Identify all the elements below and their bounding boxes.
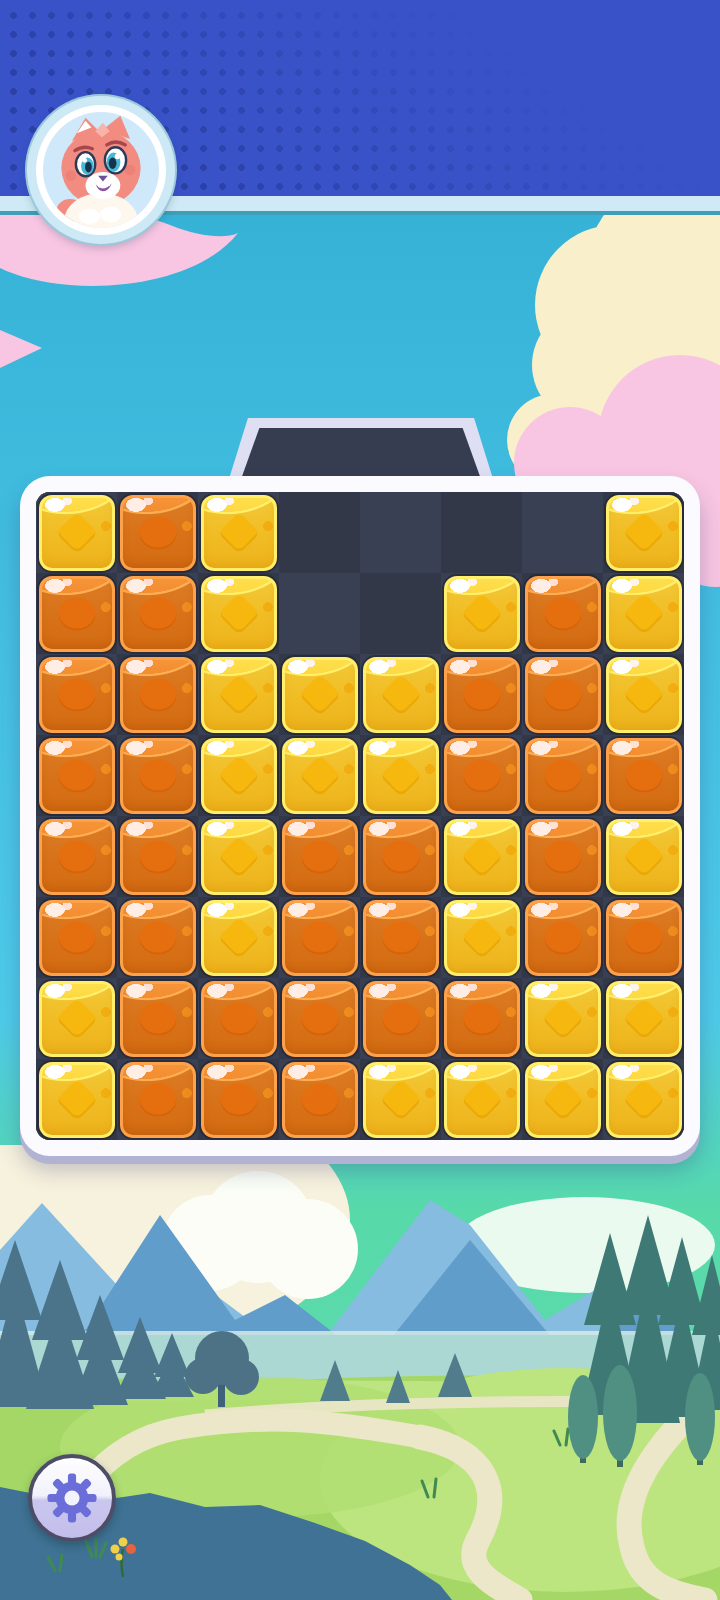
board-background xyxy=(36,492,684,1140)
cell-r8c8[interactable] xyxy=(603,1059,684,1140)
circle-icon xyxy=(382,840,419,873)
yellow-block[interactable] xyxy=(39,1062,115,1138)
orange-block[interactable] xyxy=(201,981,277,1057)
diamond-icon xyxy=(622,592,664,634)
cell-r7c5[interactable] xyxy=(360,978,441,1059)
yellow-block[interactable] xyxy=(606,819,682,895)
orange-block[interactable] xyxy=(120,819,196,895)
cell-r6c5[interactable] xyxy=(360,897,441,978)
circle-icon xyxy=(139,921,176,954)
puzzle-board xyxy=(20,476,700,1156)
circle-icon xyxy=(544,678,581,711)
circle-icon xyxy=(220,1083,257,1116)
cell-r1c4[interactable] xyxy=(279,492,360,573)
cell-r7c1[interactable] xyxy=(36,978,117,1059)
gear-icon xyxy=(44,1470,100,1526)
cell-r8c3[interactable] xyxy=(198,1059,279,1140)
yellow-block[interactable] xyxy=(444,819,520,895)
diamond-icon xyxy=(460,1078,502,1120)
yellow-block[interactable] xyxy=(201,738,277,814)
circle-icon xyxy=(625,759,662,792)
circle-icon xyxy=(301,921,338,954)
cell-r5c1[interactable] xyxy=(36,816,117,897)
cell-r5c5[interactable] xyxy=(360,816,441,897)
diamond-icon xyxy=(460,592,502,634)
orange-block[interactable] xyxy=(363,819,439,895)
yellow-block[interactable] xyxy=(39,981,115,1057)
cell-r4c1[interactable] xyxy=(36,735,117,816)
diamond-icon xyxy=(622,997,664,1039)
board-tab xyxy=(228,418,494,482)
circle-icon xyxy=(463,1002,500,1035)
orange-block[interactable] xyxy=(39,738,115,814)
orange-block[interactable] xyxy=(120,738,196,814)
diamond-icon xyxy=(217,754,259,796)
yellow-block[interactable] xyxy=(444,900,520,976)
cell-r3c8[interactable] xyxy=(603,654,684,735)
cell-r5c2[interactable] xyxy=(117,816,198,897)
cell-r3c5[interactable] xyxy=(360,654,441,735)
orange-block[interactable] xyxy=(525,900,601,976)
yellow-block[interactable] xyxy=(606,1062,682,1138)
circle-icon xyxy=(139,1083,176,1116)
cell-r5c3[interactable] xyxy=(198,816,279,897)
orange-block[interactable] xyxy=(120,495,196,571)
cell-r8c7[interactable] xyxy=(522,1059,603,1140)
orange-block[interactable] xyxy=(39,576,115,652)
orange-block[interactable] xyxy=(606,900,682,976)
circle-icon xyxy=(58,921,95,954)
cell-r3c2[interactable] xyxy=(117,654,198,735)
yellow-block[interactable] xyxy=(201,657,277,733)
orange-block[interactable] xyxy=(201,1062,277,1138)
diamond-icon xyxy=(217,592,259,634)
cell-r2c8[interactable] xyxy=(603,573,684,654)
yellow-block[interactable] xyxy=(444,1062,520,1138)
game-screen xyxy=(0,0,720,1600)
circle-icon xyxy=(139,678,176,711)
circle-icon xyxy=(382,1002,419,1035)
cell-r3c7[interactable] xyxy=(522,654,603,735)
yellow-block[interactable] xyxy=(201,495,277,571)
board-grid xyxy=(36,492,684,1140)
orange-block[interactable] xyxy=(525,819,601,895)
diamond-icon xyxy=(622,511,664,553)
circle-icon xyxy=(58,759,95,792)
circle-icon xyxy=(544,759,581,792)
yellow-block[interactable] xyxy=(606,657,682,733)
cell-r2c6[interactable] xyxy=(441,573,522,654)
diamond-icon xyxy=(541,1078,583,1120)
circle-icon xyxy=(301,840,338,873)
cell-r6c1[interactable] xyxy=(36,897,117,978)
circle-icon xyxy=(220,1002,257,1035)
cell-r3c6[interactable] xyxy=(441,654,522,735)
yellow-block[interactable] xyxy=(363,738,439,814)
circle-icon xyxy=(58,678,95,711)
orange-block[interactable] xyxy=(525,738,601,814)
cell-r8c2[interactable] xyxy=(117,1059,198,1140)
cell-r8c1[interactable] xyxy=(36,1059,117,1140)
cell-r4c2[interactable] xyxy=(117,735,198,816)
orange-block[interactable] xyxy=(282,900,358,976)
cell-r6c8[interactable] xyxy=(603,897,684,978)
cell-r2c4[interactable] xyxy=(279,573,360,654)
diamond-icon xyxy=(379,1078,421,1120)
cell-r2c7[interactable] xyxy=(522,573,603,654)
orange-block[interactable] xyxy=(282,981,358,1057)
cell-r1c7[interactable] xyxy=(522,492,603,573)
orange-block[interactable] xyxy=(363,981,439,1057)
cell-r6c6[interactable] xyxy=(441,897,522,978)
orange-block[interactable] xyxy=(525,576,601,652)
landscape-illustration xyxy=(0,1145,720,1600)
cell-r1c1[interactable] xyxy=(36,492,117,573)
yellow-block[interactable] xyxy=(282,657,358,733)
diamond-icon xyxy=(55,997,97,1039)
orange-block[interactable] xyxy=(120,900,196,976)
diamond-icon xyxy=(217,835,259,877)
circle-icon xyxy=(58,597,95,630)
cell-r7c2[interactable] xyxy=(117,978,198,1059)
diamond-icon xyxy=(541,997,583,1039)
cell-r8c6[interactable] xyxy=(441,1059,522,1140)
cell-r4c6[interactable] xyxy=(441,735,522,816)
yellow-block[interactable] xyxy=(525,981,601,1057)
orange-block[interactable] xyxy=(39,900,115,976)
yellow-block[interactable] xyxy=(363,657,439,733)
orange-block[interactable] xyxy=(363,900,439,976)
orange-block[interactable] xyxy=(39,819,115,895)
orange-block[interactable] xyxy=(525,657,601,733)
orange-block[interactable] xyxy=(444,981,520,1057)
circle-icon xyxy=(139,840,176,873)
cell-r8c5[interactable] xyxy=(360,1059,441,1140)
circle-icon xyxy=(301,1002,338,1035)
yellow-block[interactable] xyxy=(525,1062,601,1138)
circle-icon xyxy=(463,759,500,792)
circle-icon xyxy=(139,516,176,549)
cell-r5c8[interactable] xyxy=(603,816,684,897)
yellow-block[interactable] xyxy=(606,576,682,652)
circle-icon xyxy=(139,759,176,792)
avatar-face xyxy=(43,112,159,228)
cell-r2c5[interactable] xyxy=(360,573,441,654)
board-tab-inner xyxy=(240,428,482,482)
orange-block[interactable] xyxy=(282,819,358,895)
orange-block[interactable] xyxy=(282,1062,358,1138)
yellow-block[interactable] xyxy=(444,576,520,652)
cell-r4c5[interactable] xyxy=(360,735,441,816)
diamond-icon xyxy=(622,1078,664,1120)
orange-block[interactable] xyxy=(444,738,520,814)
circle-icon xyxy=(382,921,419,954)
diamond-icon xyxy=(217,916,259,958)
yellow-block[interactable] xyxy=(201,900,277,976)
diamond-icon xyxy=(217,511,259,553)
yellow-block[interactable] xyxy=(282,738,358,814)
diamond-icon xyxy=(55,1078,97,1120)
cell-r2c3[interactable] xyxy=(198,573,279,654)
orange-block[interactable] xyxy=(120,657,196,733)
diamond-icon xyxy=(460,835,502,877)
circle-icon xyxy=(463,678,500,711)
cell-r4c7[interactable] xyxy=(522,735,603,816)
cell-r7c7[interactable] xyxy=(522,978,603,1059)
orange-block[interactable] xyxy=(120,981,196,1057)
cell-r8c4[interactable] xyxy=(279,1059,360,1140)
orange-block[interactable] xyxy=(606,738,682,814)
settings-button[interactable] xyxy=(28,1454,116,1542)
cell-r3c3[interactable] xyxy=(198,654,279,735)
yellow-block[interactable] xyxy=(201,576,277,652)
diamond-icon xyxy=(217,673,259,715)
yellow-block[interactable] xyxy=(606,495,682,571)
diamond-icon xyxy=(622,673,664,715)
circle-icon xyxy=(544,840,581,873)
cell-r7c4[interactable] xyxy=(279,978,360,1059)
cell-r1c3[interactable] xyxy=(198,492,279,573)
cat-avatar-icon xyxy=(43,112,159,228)
circle-icon xyxy=(139,1002,176,1035)
cell-r3c1[interactable] xyxy=(36,654,117,735)
cell-r4c4[interactable] xyxy=(279,735,360,816)
circle-icon xyxy=(139,597,176,630)
cell-r6c7[interactable] xyxy=(522,897,603,978)
orange-block[interactable] xyxy=(120,576,196,652)
cell-r5c6[interactable] xyxy=(441,816,522,897)
player-avatar[interactable] xyxy=(27,96,175,244)
cell-r7c3[interactable] xyxy=(198,978,279,1059)
diamond-icon xyxy=(460,916,502,958)
cell-r4c8[interactable] xyxy=(603,735,684,816)
cell-r6c4[interactable] xyxy=(279,897,360,978)
cell-r5c4[interactable] xyxy=(279,816,360,897)
circle-icon xyxy=(544,597,581,630)
circle-icon xyxy=(58,840,95,873)
circle-icon xyxy=(625,921,662,954)
orange-block[interactable] xyxy=(120,1062,196,1138)
yellow-block[interactable] xyxy=(39,495,115,571)
diamond-icon xyxy=(298,673,340,715)
yellow-block[interactable] xyxy=(363,1062,439,1138)
cell-r4c3[interactable] xyxy=(198,735,279,816)
cell-r2c1[interactable] xyxy=(36,573,117,654)
diamond-icon xyxy=(379,754,421,796)
diamond-icon xyxy=(298,754,340,796)
diamond-icon xyxy=(55,511,97,553)
cell-r1c2[interactable] xyxy=(117,492,198,573)
cell-r2c2[interactable] xyxy=(117,573,198,654)
orange-block[interactable] xyxy=(444,657,520,733)
cell-r1c5[interactable] xyxy=(360,492,441,573)
cell-r5c7[interactable] xyxy=(522,816,603,897)
cell-r6c3[interactable] xyxy=(198,897,279,978)
yellow-block[interactable] xyxy=(201,819,277,895)
cell-r3c4[interactable] xyxy=(279,654,360,735)
cell-r1c6[interactable] xyxy=(441,492,522,573)
cell-r7c6[interactable] xyxy=(441,978,522,1059)
cell-r6c2[interactable] xyxy=(117,897,198,978)
cell-r7c8[interactable] xyxy=(603,978,684,1059)
cell-r1c8[interactable] xyxy=(603,492,684,573)
circle-icon xyxy=(301,1083,338,1116)
yellow-block[interactable] xyxy=(606,981,682,1057)
diamond-icon xyxy=(379,673,421,715)
circle-icon xyxy=(544,921,581,954)
orange-block[interactable] xyxy=(39,657,115,733)
diamond-icon xyxy=(622,835,664,877)
